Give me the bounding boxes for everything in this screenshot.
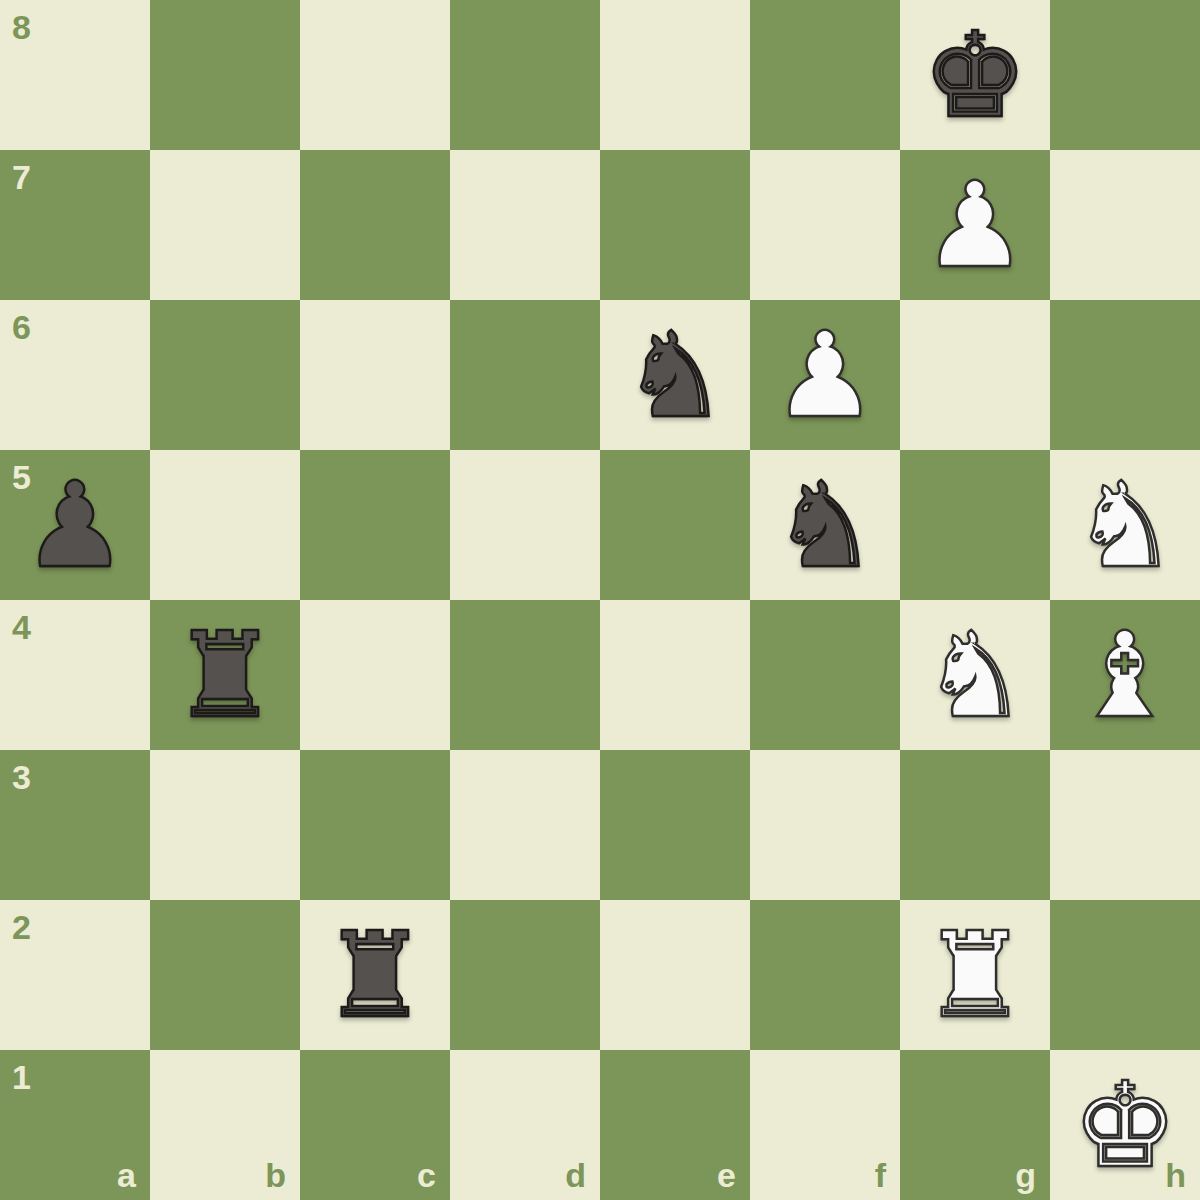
square-d3[interactable] bbox=[450, 750, 600, 900]
square-e3[interactable] bbox=[600, 750, 750, 900]
black-knight-piece[interactable]: ♞ bbox=[750, 450, 900, 600]
square-d1[interactable]: d bbox=[450, 1050, 600, 1200]
black-rook-piece[interactable]: ♜ bbox=[150, 600, 300, 750]
rank-label-1: 1 bbox=[12, 1060, 31, 1094]
square-f1[interactable]: f bbox=[750, 1050, 900, 1200]
square-d6[interactable] bbox=[450, 300, 600, 450]
square-b4[interactable]: ♜ bbox=[150, 600, 300, 750]
square-d4[interactable] bbox=[450, 600, 600, 750]
square-e6[interactable]: ♞ bbox=[600, 300, 750, 450]
square-h4[interactable]: ♝ bbox=[1050, 600, 1200, 750]
square-g8[interactable]: ♚ bbox=[900, 0, 1050, 150]
square-c4[interactable] bbox=[300, 600, 450, 750]
square-d5[interactable] bbox=[450, 450, 600, 600]
square-a6[interactable]: 6 bbox=[0, 300, 150, 450]
square-h6[interactable] bbox=[1050, 300, 1200, 450]
square-g1[interactable]: g bbox=[900, 1050, 1050, 1200]
white-rook-piece[interactable]: ♜ bbox=[900, 900, 1050, 1050]
square-e4[interactable] bbox=[600, 600, 750, 750]
square-e8[interactable] bbox=[600, 0, 750, 150]
square-a2[interactable]: 2 bbox=[0, 900, 150, 1050]
square-f4[interactable] bbox=[750, 600, 900, 750]
file-label-a: a bbox=[117, 1158, 136, 1192]
black-knight-piece[interactable]: ♞ bbox=[600, 300, 750, 450]
square-a3[interactable]: 3 bbox=[0, 750, 150, 900]
chess-board: 8♚7♟6♞♟5♟♞♞4♜♞♝32♜♜1abcdefgh♚ bbox=[0, 0, 1200, 1200]
file-label-c: c bbox=[417, 1158, 436, 1192]
square-b6[interactable] bbox=[150, 300, 300, 450]
square-f2[interactable] bbox=[750, 900, 900, 1050]
square-g3[interactable] bbox=[900, 750, 1050, 900]
rank-label-8: 8 bbox=[12, 10, 31, 44]
black-pawn-piece[interactable]: ♟ bbox=[0, 450, 150, 600]
square-g7[interactable]: ♟ bbox=[900, 150, 1050, 300]
file-label-e: e bbox=[717, 1158, 736, 1192]
square-h3[interactable] bbox=[1050, 750, 1200, 900]
square-f5[interactable]: ♞ bbox=[750, 450, 900, 600]
white-king-piece[interactable]: ♚ bbox=[1050, 1050, 1200, 1200]
square-h1[interactable]: h♚ bbox=[1050, 1050, 1200, 1200]
square-c7[interactable] bbox=[300, 150, 450, 300]
square-f7[interactable] bbox=[750, 150, 900, 300]
rank-label-2: 2 bbox=[12, 910, 31, 944]
square-a4[interactable]: 4 bbox=[0, 600, 150, 750]
square-e7[interactable] bbox=[600, 150, 750, 300]
square-b1[interactable]: b bbox=[150, 1050, 300, 1200]
file-label-f: f bbox=[875, 1158, 886, 1192]
square-b2[interactable] bbox=[150, 900, 300, 1050]
square-g2[interactable]: ♜ bbox=[900, 900, 1050, 1050]
white-bishop-piece[interactable]: ♝ bbox=[1050, 600, 1200, 750]
square-c8[interactable] bbox=[300, 0, 450, 150]
square-d2[interactable] bbox=[450, 900, 600, 1050]
file-label-b: b bbox=[265, 1158, 286, 1192]
square-f6[interactable]: ♟ bbox=[750, 300, 900, 450]
square-a7[interactable]: 7 bbox=[0, 150, 150, 300]
black-rook-piece[interactable]: ♜ bbox=[300, 900, 450, 1050]
square-e1[interactable]: e bbox=[600, 1050, 750, 1200]
square-c6[interactable] bbox=[300, 300, 450, 450]
square-h2[interactable] bbox=[1050, 900, 1200, 1050]
square-b3[interactable] bbox=[150, 750, 300, 900]
square-b8[interactable] bbox=[150, 0, 300, 150]
square-g6[interactable] bbox=[900, 300, 1050, 450]
white-pawn-piece[interactable]: ♟ bbox=[750, 300, 900, 450]
black-king-piece[interactable]: ♚ bbox=[900, 0, 1050, 150]
white-pawn-piece[interactable]: ♟ bbox=[900, 150, 1050, 300]
square-b7[interactable] bbox=[150, 150, 300, 300]
rank-label-6: 6 bbox=[12, 310, 31, 344]
white-knight-piece[interactable]: ♞ bbox=[900, 600, 1050, 750]
white-knight-piece[interactable]: ♞ bbox=[1050, 450, 1200, 600]
square-g5[interactable] bbox=[900, 450, 1050, 600]
square-a1[interactable]: 1a bbox=[0, 1050, 150, 1200]
square-h5[interactable]: ♞ bbox=[1050, 450, 1200, 600]
square-f3[interactable] bbox=[750, 750, 900, 900]
square-h8[interactable] bbox=[1050, 0, 1200, 150]
square-a5[interactable]: 5♟ bbox=[0, 450, 150, 600]
square-e5[interactable] bbox=[600, 450, 750, 600]
square-d8[interactable] bbox=[450, 0, 600, 150]
square-c5[interactable] bbox=[300, 450, 450, 600]
square-b5[interactable] bbox=[150, 450, 300, 600]
square-c2[interactable]: ♜ bbox=[300, 900, 450, 1050]
square-e2[interactable] bbox=[600, 900, 750, 1050]
square-a8[interactable]: 8 bbox=[0, 0, 150, 150]
square-c1[interactable]: c bbox=[300, 1050, 450, 1200]
square-d7[interactable] bbox=[450, 150, 600, 300]
square-c3[interactable] bbox=[300, 750, 450, 900]
file-label-d: d bbox=[565, 1158, 586, 1192]
rank-label-7: 7 bbox=[12, 160, 31, 194]
rank-label-3: 3 bbox=[12, 760, 31, 794]
square-g4[interactable]: ♞ bbox=[900, 600, 1050, 750]
file-label-g: g bbox=[1015, 1158, 1036, 1192]
square-h7[interactable] bbox=[1050, 150, 1200, 300]
square-f8[interactable] bbox=[750, 0, 900, 150]
rank-label-4: 4 bbox=[12, 610, 31, 644]
